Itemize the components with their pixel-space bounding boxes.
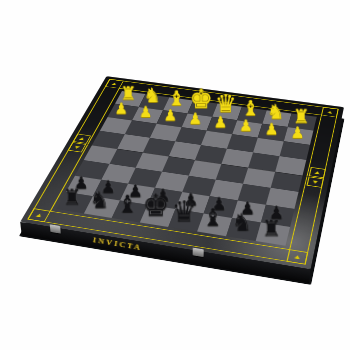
triangle-down-icon: ▼ — [72, 145, 82, 150]
piece-wP[interactable]: ♟ — [208, 115, 234, 130]
piece-wP[interactable]: ♟ — [285, 125, 311, 140]
chess-board: INVICTA ♜♞♝♚♛♝♞♜♟♟♟♟♟♟♟♟♟♟♟♟♟♟♟♟♜♞♝♚♛♝♞♜… — [20, 76, 344, 269]
latch-clasp — [193, 248, 204, 257]
piece-wP[interactable]: ♟ — [158, 108, 184, 122]
corner-logo-box: ▲ — [286, 249, 308, 265]
piece-bB[interactable]: ♝ — [198, 207, 228, 230]
piece-bN[interactable]: ♞ — [85, 190, 114, 211]
piece-wP[interactable]: ♟ — [133, 105, 158, 119]
latch-clasp — [50, 224, 61, 233]
fold-marker-right: ▲ ▼ — [306, 167, 326, 188]
invicta-triangle-icon: ▲ — [34, 212, 45, 219]
square-a4[interactable] — [275, 156, 306, 175]
piece-bR[interactable]: ♜ — [257, 218, 287, 239]
piece-wP[interactable]: ♟ — [109, 101, 134, 115]
piece-bQ[interactable]: ♛ — [169, 198, 198, 225]
piece-wP[interactable]: ♟ — [183, 111, 209, 125]
piece-wK[interactable]: ♚ — [188, 87, 213, 112]
piece-bN[interactable]: ♞ — [227, 212, 257, 234]
square-g3[interactable] — [125, 120, 157, 137]
triangle-up-icon: ▲ — [313, 170, 322, 176]
invicta-triangle-icon: ▲ — [326, 110, 334, 115]
triangle-up-icon: ▲ — [77, 136, 87, 141]
piece-bR[interactable]: ♜ — [58, 187, 87, 207]
corner-logo-box: ▲ — [321, 107, 339, 117]
square-a8[interactable]: ♜ — [256, 222, 290, 245]
corner-logo-box: ▲ — [27, 208, 51, 222]
piece-bB[interactable]: ♝ — [113, 194, 142, 217]
triangle-down-icon: ▼ — [311, 179, 320, 185]
piece-wP[interactable]: ♟ — [233, 118, 259, 133]
piece-bK[interactable]: ♚ — [141, 192, 170, 221]
perspective-scene: INVICTA ♜♞♝♚♛♝♞♜♟♟♟♟♟♟♟♟♟♟♟♟♟♟♟♟♜♞♝♚♛♝♞♜… — [0, 0, 350, 350]
product-photo-stage: INVICTA ♜♞♝♚♛♝♞♜♟♟♟♟♟♟♟♟♟♟♟♟♟♟♟♟♜♞♝♚♛♝♞♜… — [0, 0, 350, 350]
piece-wP[interactable]: ♟ — [259, 122, 285, 137]
invicta-triangle-icon: ▲ — [292, 253, 302, 260]
board-grid: ♜♞♝♚♛♝♞♜♟♟♟♟♟♟♟♟♟♟♟♟♟♟♟♟♜♞♝♚♛♝♞♜ — [56, 91, 316, 246]
square-e5[interactable] — [162, 156, 195, 175]
